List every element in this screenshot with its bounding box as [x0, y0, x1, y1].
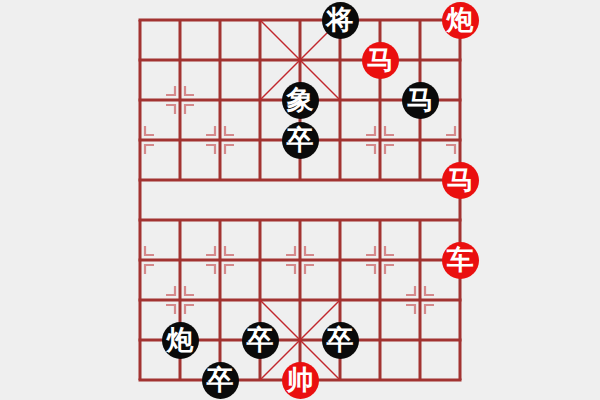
piece-black-horse[interactable]: 马	[402, 82, 439, 119]
piece-glyph: 卒	[287, 126, 314, 153]
piece-glyph: 卒	[207, 366, 234, 393]
piece-red-chariot[interactable]: 车	[442, 242, 479, 279]
piece-black-general[interactable]: 将	[322, 2, 359, 39]
piece-black-soldier-1[interactable]: 卒	[282, 122, 319, 159]
piece-glyph: 马	[407, 86, 434, 113]
piece-glyph: 炮	[447, 6, 474, 33]
piece-red-cannon[interactable]: 炮	[442, 2, 479, 39]
piece-glyph: 车	[447, 246, 474, 273]
piece-glyph: 将	[327, 6, 354, 33]
piece-black-soldier-4[interactable]: 卒	[202, 362, 239, 399]
piece-glyph: 炮	[167, 326, 194, 353]
piece-glyph: 卒	[247, 326, 274, 353]
piece-black-soldier-2[interactable]: 卒	[242, 322, 279, 359]
piece-black-elephant[interactable]: 象	[282, 82, 319, 119]
piece-black-soldier-3[interactable]: 卒	[322, 322, 359, 359]
piece-glyph: 马	[447, 166, 474, 193]
xiangqi-board: 将炮马象马卒马车炮卒卒卒帅	[0, 0, 600, 400]
piece-glyph: 马	[367, 46, 394, 73]
piece-black-cannon[interactable]: 炮	[162, 322, 199, 359]
piece-glyph: 帅	[287, 366, 314, 393]
piece-layer: 将炮马象马卒马车炮卒卒卒帅	[120, 0, 480, 400]
piece-glyph: 卒	[327, 326, 354, 353]
piece-red-horse-2[interactable]: 马	[442, 162, 479, 199]
piece-red-horse-1[interactable]: 马	[362, 42, 399, 79]
piece-glyph: 象	[287, 86, 314, 113]
piece-red-general[interactable]: 帅	[282, 362, 319, 399]
